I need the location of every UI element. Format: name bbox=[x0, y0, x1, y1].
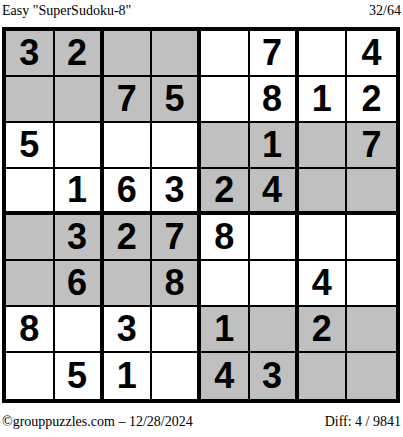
cell-r3c5[interactable] bbox=[201, 123, 250, 169]
cell-r4c4[interactable]: 3 bbox=[152, 169, 201, 215]
cell-r4c2[interactable]: 1 bbox=[55, 169, 104, 215]
puzzle-title: Easy "SuperSudoku-8" bbox=[2, 3, 131, 19]
cell-r4c6[interactable]: 4 bbox=[250, 169, 299, 215]
cell-r1c3[interactable] bbox=[104, 31, 153, 77]
cell-r3c4[interactable] bbox=[152, 123, 201, 169]
cell-r4c1[interactable] bbox=[6, 169, 55, 215]
cell-r5c7[interactable] bbox=[299, 215, 348, 261]
cell-r6c5[interactable] bbox=[201, 261, 250, 307]
sudoku-board: 32747581251716324327868483125143 bbox=[2, 27, 400, 403]
cell-r7c7[interactable]: 2 bbox=[299, 307, 348, 353]
cell-r1c7[interactable] bbox=[299, 31, 348, 77]
cell-r8c1[interactable] bbox=[6, 353, 55, 399]
cell-r8c7[interactable] bbox=[299, 353, 348, 399]
cell-r7c8[interactable] bbox=[347, 307, 396, 353]
cell-r1c1[interactable]: 3 bbox=[6, 31, 55, 77]
cell-r4c3[interactable]: 6 bbox=[104, 169, 153, 215]
puzzle-page: Easy "SuperSudoku-8" 32/64 3274758125171… bbox=[0, 0, 403, 437]
cell-r1c5[interactable] bbox=[201, 31, 250, 77]
cell-r6c8[interactable] bbox=[347, 261, 396, 307]
cell-r8c4[interactable] bbox=[152, 353, 201, 399]
cell-r2c1[interactable] bbox=[6, 77, 55, 123]
cell-r4c5[interactable]: 2 bbox=[201, 169, 250, 215]
cell-r7c4[interactable] bbox=[152, 307, 201, 353]
cell-r3c6[interactable]: 1 bbox=[250, 123, 299, 169]
cell-r6c3[interactable] bbox=[104, 261, 153, 307]
cell-r1c8[interactable]: 4 bbox=[347, 31, 396, 77]
cell-r5c3[interactable]: 2 bbox=[104, 215, 153, 261]
cell-r2c7[interactable]: 1 bbox=[299, 77, 348, 123]
cell-r5c2[interactable]: 3 bbox=[55, 215, 104, 261]
cell-r6c1[interactable] bbox=[6, 261, 55, 307]
cell-r6c6[interactable] bbox=[250, 261, 299, 307]
cell-r7c1[interactable]: 8 bbox=[6, 307, 55, 353]
header: Easy "SuperSudoku-8" 32/64 bbox=[0, 0, 403, 27]
cell-r8c2[interactable]: 5 bbox=[55, 353, 104, 399]
cell-r7c6[interactable] bbox=[250, 307, 299, 353]
cell-r7c3[interactable]: 3 bbox=[104, 307, 153, 353]
cell-r2c4[interactable]: 5 bbox=[152, 77, 201, 123]
cell-r8c5[interactable]: 4 bbox=[201, 353, 250, 399]
copyright-text: ©grouppuzzles.com – 12/28/2024 bbox=[2, 414, 193, 430]
cell-r6c2[interactable]: 6 bbox=[55, 261, 104, 307]
cell-r8c3[interactable]: 1 bbox=[104, 353, 153, 399]
cell-r2c6[interactable]: 8 bbox=[250, 77, 299, 123]
cell-r4c8[interactable] bbox=[347, 169, 396, 215]
cell-r1c4[interactable] bbox=[152, 31, 201, 77]
cell-r8c8[interactable] bbox=[347, 353, 396, 399]
cell-r7c2[interactable] bbox=[55, 307, 104, 353]
cell-r5c5[interactable]: 8 bbox=[201, 215, 250, 261]
cell-r3c2[interactable] bbox=[55, 123, 104, 169]
cell-r2c8[interactable]: 2 bbox=[347, 77, 396, 123]
cell-r3c8[interactable]: 7 bbox=[347, 123, 396, 169]
cell-r6c4[interactable]: 8 bbox=[152, 261, 201, 307]
cell-r1c2[interactable]: 2 bbox=[55, 31, 104, 77]
cell-r5c1[interactable] bbox=[6, 215, 55, 261]
cell-r3c7[interactable] bbox=[299, 123, 348, 169]
cell-r5c8[interactable] bbox=[347, 215, 396, 261]
difficulty-text: Diff: 4 / 9841 bbox=[325, 414, 401, 430]
cell-r5c4[interactable]: 7 bbox=[152, 215, 201, 261]
cell-r5c6[interactable] bbox=[250, 215, 299, 261]
cell-r7c5[interactable]: 1 bbox=[201, 307, 250, 353]
cell-r3c3[interactable] bbox=[104, 123, 153, 169]
cell-r2c5[interactable] bbox=[201, 77, 250, 123]
cell-r4c7[interactable] bbox=[299, 169, 348, 215]
cell-r2c2[interactable] bbox=[55, 77, 104, 123]
cell-r3c1[interactable]: 5 bbox=[6, 123, 55, 169]
cell-r1c6[interactable]: 7 bbox=[250, 31, 299, 77]
cell-r2c3[interactable]: 7 bbox=[104, 77, 153, 123]
footer: ©grouppuzzles.com – 12/28/2024 Diff: 4 /… bbox=[0, 403, 403, 430]
cell-r6c7[interactable]: 4 bbox=[299, 261, 348, 307]
cell-r8c6[interactable]: 3 bbox=[250, 353, 299, 399]
givens-count: 32/64 bbox=[369, 3, 401, 19]
